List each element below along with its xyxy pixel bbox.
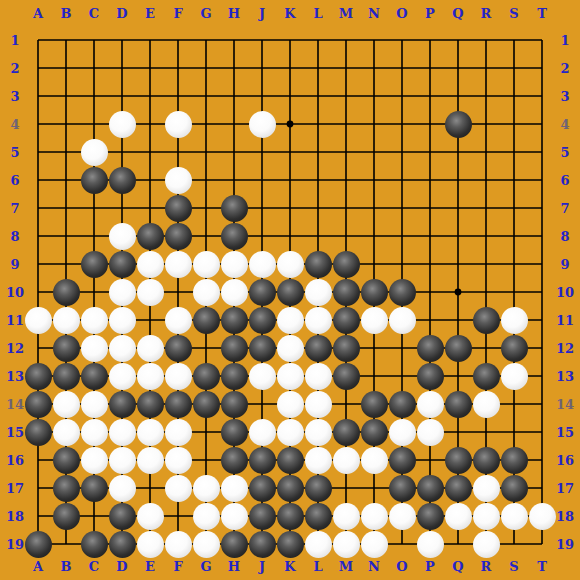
stone-black-J19[interactable] <box>249 531 276 558</box>
stone-black-L9[interactable] <box>305 251 332 278</box>
stone-white-D17[interactable] <box>109 475 136 502</box>
stone-white-P19[interactable] <box>417 531 444 558</box>
coord-top-E: E <box>145 7 155 20</box>
stone-white-C14[interactable] <box>81 391 108 418</box>
coord-top-F: F <box>173 7 182 20</box>
star-point-Q10 <box>455 289 462 296</box>
stone-black-O17[interactable] <box>389 475 416 502</box>
stone-white-K15[interactable] <box>277 419 304 446</box>
stone-black-O14[interactable] <box>389 391 416 418</box>
coord-top-P: P <box>425 7 435 20</box>
go-board[interactable]: AABBCCDDEEFFGGHHJJKKLLMMNNOOPPQQRRSSTT11… <box>0 0 580 580</box>
stone-black-H16[interactable] <box>221 447 248 474</box>
coord-top-A: A <box>33 7 43 20</box>
coord-right-19: 19 <box>556 538 574 551</box>
stone-white-D15[interactable] <box>109 419 136 446</box>
coord-left-13: 13 <box>6 370 24 383</box>
stone-white-S13[interactable] <box>501 363 528 390</box>
stone-black-P12[interactable] <box>417 335 444 362</box>
stone-black-P13[interactable] <box>417 363 444 390</box>
coord-left-5: 5 <box>10 146 19 159</box>
stone-black-N15[interactable] <box>361 419 388 446</box>
stone-black-B16[interactable] <box>53 447 80 474</box>
stone-black-J17[interactable] <box>249 475 276 502</box>
stone-white-F13[interactable] <box>165 363 192 390</box>
stone-white-S18[interactable] <box>501 503 528 530</box>
coord-right-12: 12 <box>556 342 574 355</box>
stone-white-L10[interactable] <box>305 279 332 306</box>
stone-white-N18[interactable] <box>361 503 388 530</box>
coord-bottom-Q: Q <box>452 560 463 573</box>
stone-black-P17[interactable] <box>417 475 444 502</box>
coord-left-15: 15 <box>6 426 24 439</box>
stone-white-B11[interactable] <box>53 307 80 334</box>
stone-black-K18[interactable] <box>277 503 304 530</box>
stone-black-H15[interactable] <box>221 419 248 446</box>
coord-right-17: 17 <box>556 482 574 495</box>
stone-black-M15[interactable] <box>333 419 360 446</box>
stone-black-N14[interactable] <box>361 391 388 418</box>
stone-black-M11[interactable] <box>333 307 360 334</box>
stone-white-E16[interactable] <box>137 447 164 474</box>
stone-white-F16[interactable] <box>165 447 192 474</box>
coord-right-2: 2 <box>560 62 569 75</box>
stone-white-G9[interactable] <box>193 251 220 278</box>
stone-black-Q17[interactable] <box>445 475 472 502</box>
stone-white-K11[interactable] <box>277 307 304 334</box>
coord-left-7: 7 <box>10 202 19 215</box>
coord-bottom-F: F <box>173 560 182 573</box>
stone-white-C16[interactable] <box>81 447 108 474</box>
stone-white-K13[interactable] <box>277 363 304 390</box>
stone-black-R13[interactable] <box>473 363 500 390</box>
stone-black-H14[interactable] <box>221 391 248 418</box>
coord-left-12: 12 <box>6 342 24 355</box>
stone-white-D8[interactable] <box>109 223 136 250</box>
stone-black-D18[interactable] <box>109 503 136 530</box>
stone-white-L15[interactable] <box>305 419 332 446</box>
coord-bottom-K: K <box>284 560 295 573</box>
stone-black-G11[interactable] <box>193 307 220 334</box>
stone-black-J12[interactable] <box>249 335 276 362</box>
stone-black-F14[interactable] <box>165 391 192 418</box>
stone-black-C6[interactable] <box>81 167 108 194</box>
stone-black-H12[interactable] <box>221 335 248 362</box>
stone-black-H7[interactable] <box>221 195 248 222</box>
coord-bottom-S: S <box>509 560 518 573</box>
stone-black-L17[interactable] <box>305 475 332 502</box>
stone-black-C13[interactable] <box>81 363 108 390</box>
stone-white-L11[interactable] <box>305 307 332 334</box>
stone-white-C12[interactable] <box>81 335 108 362</box>
coord-top-N: N <box>368 7 380 20</box>
stone-white-R18[interactable] <box>473 503 500 530</box>
stone-white-S11[interactable] <box>501 307 528 334</box>
coord-top-J: J <box>259 7 265 20</box>
stone-black-M13[interactable] <box>333 363 360 390</box>
stone-black-H19[interactable] <box>221 531 248 558</box>
coord-left-17: 17 <box>6 482 24 495</box>
stone-black-M12[interactable] <box>333 335 360 362</box>
coord-left-6: 6 <box>10 174 19 187</box>
coord-left-9: 9 <box>10 258 19 271</box>
coord-right-9: 9 <box>560 258 569 271</box>
coord-right-4: 4 <box>560 118 569 131</box>
coord-top-Q: Q <box>452 7 463 20</box>
stone-white-B15[interactable] <box>53 419 80 446</box>
stone-black-Q4[interactable] <box>445 111 472 138</box>
coord-bottom-B: B <box>61 560 72 573</box>
stone-white-H18[interactable] <box>221 503 248 530</box>
coord-left-18: 18 <box>6 510 24 523</box>
stone-white-K14[interactable] <box>277 391 304 418</box>
coord-bottom-J: J <box>259 560 265 573</box>
coord-left-16: 16 <box>6 454 24 467</box>
coord-right-5: 5 <box>560 146 569 159</box>
stone-black-C19[interactable] <box>81 531 108 558</box>
stone-black-S17[interactable] <box>501 475 528 502</box>
stone-black-B17[interactable] <box>53 475 80 502</box>
star-point-K4 <box>287 121 294 128</box>
stone-black-L18[interactable] <box>305 503 332 530</box>
stone-white-R14[interactable] <box>473 391 500 418</box>
coord-right-7: 7 <box>560 202 569 215</box>
stone-white-R17[interactable] <box>473 475 500 502</box>
stone-black-A13[interactable] <box>25 363 52 390</box>
stone-black-F7[interactable] <box>165 195 192 222</box>
coord-left-14: 14 <box>6 398 24 411</box>
coord-bottom-G: G <box>200 560 211 573</box>
stone-black-E14[interactable] <box>137 391 164 418</box>
stone-black-S16[interactable] <box>501 447 528 474</box>
stone-black-H11[interactable] <box>221 307 248 334</box>
coord-top-O: O <box>396 7 407 20</box>
stone-black-R16[interactable] <box>473 447 500 474</box>
coord-left-3: 3 <box>10 90 19 103</box>
stone-white-O15[interactable] <box>389 419 416 446</box>
stone-black-B18[interactable] <box>53 503 80 530</box>
stone-white-G17[interactable] <box>193 475 220 502</box>
stone-white-M19[interactable] <box>333 531 360 558</box>
stone-white-E15[interactable] <box>137 419 164 446</box>
stone-black-A14[interactable] <box>25 391 52 418</box>
stone-black-C9[interactable] <box>81 251 108 278</box>
stone-black-M10[interactable] <box>333 279 360 306</box>
coord-top-G: G <box>200 7 211 20</box>
stone-white-C15[interactable] <box>81 419 108 446</box>
stone-black-P18[interactable] <box>417 503 444 530</box>
stone-white-K12[interactable] <box>277 335 304 362</box>
stone-white-O18[interactable] <box>389 503 416 530</box>
coord-bottom-M: M <box>339 560 353 573</box>
stone-white-R19[interactable] <box>473 531 500 558</box>
coord-right-13: 13 <box>556 370 574 383</box>
stone-white-F9[interactable] <box>165 251 192 278</box>
coord-bottom-L: L <box>313 560 322 573</box>
coord-right-16: 16 <box>556 454 574 467</box>
coord-right-8: 8 <box>560 230 569 243</box>
coord-bottom-C: C <box>89 560 99 573</box>
stone-white-G18[interactable] <box>193 503 220 530</box>
coord-right-10: 10 <box>556 286 574 299</box>
stone-white-F19[interactable] <box>165 531 192 558</box>
stone-white-O11[interactable] <box>389 307 416 334</box>
stone-black-F8[interactable] <box>165 223 192 250</box>
stone-white-L13[interactable] <box>305 363 332 390</box>
stone-white-N19[interactable] <box>361 531 388 558</box>
stone-black-J11[interactable] <box>249 307 276 334</box>
stone-white-A11[interactable] <box>25 307 52 334</box>
stone-white-E9[interactable] <box>137 251 164 278</box>
stone-black-C17[interactable] <box>81 475 108 502</box>
stone-white-D16[interactable] <box>109 447 136 474</box>
stone-white-H9[interactable] <box>221 251 248 278</box>
stone-white-P14[interactable] <box>417 391 444 418</box>
stone-white-H17[interactable] <box>221 475 248 502</box>
stone-black-J18[interactable] <box>249 503 276 530</box>
stone-white-M16[interactable] <box>333 447 360 474</box>
stone-black-K19[interactable] <box>277 531 304 558</box>
stone-black-D14[interactable] <box>109 391 136 418</box>
coord-top-B: B <box>61 7 72 20</box>
coord-left-8: 8 <box>10 230 19 243</box>
stone-black-H13[interactable] <box>221 363 248 390</box>
stone-white-E19[interactable] <box>137 531 164 558</box>
stone-white-E10[interactable] <box>137 279 164 306</box>
coord-bottom-E: E <box>145 560 155 573</box>
stone-black-R11[interactable] <box>473 307 500 334</box>
stone-white-N11[interactable] <box>361 307 388 334</box>
stone-black-H8[interactable] <box>221 223 248 250</box>
coord-top-D: D <box>116 7 127 20</box>
stone-black-D6[interactable] <box>109 167 136 194</box>
stone-white-D10[interactable] <box>109 279 136 306</box>
stone-white-G10[interactable] <box>193 279 220 306</box>
coord-right-3: 3 <box>560 90 569 103</box>
coord-bottom-P: P <box>425 560 435 573</box>
stone-black-D9[interactable] <box>109 251 136 278</box>
coord-right-15: 15 <box>556 426 574 439</box>
coord-right-6: 6 <box>560 174 569 187</box>
stone-white-L14[interactable] <box>305 391 332 418</box>
stone-white-C11[interactable] <box>81 307 108 334</box>
stone-white-D4[interactable] <box>109 111 136 138</box>
stone-black-B10[interactable] <box>53 279 80 306</box>
stone-black-B13[interactable] <box>53 363 80 390</box>
stone-white-F11[interactable] <box>165 307 192 334</box>
coord-top-T: T <box>537 7 547 20</box>
stone-black-K10[interactable] <box>277 279 304 306</box>
coord-bottom-N: N <box>368 560 380 573</box>
stone-black-S12[interactable] <box>501 335 528 362</box>
stone-white-J9[interactable] <box>249 251 276 278</box>
stone-white-M18[interactable] <box>333 503 360 530</box>
stone-white-L19[interactable] <box>305 531 332 558</box>
coord-top-S: S <box>509 7 518 20</box>
stone-black-D19[interactable] <box>109 531 136 558</box>
stone-black-K17[interactable] <box>277 475 304 502</box>
coord-bottom-R: R <box>481 560 492 573</box>
stone-white-E12[interactable] <box>137 335 164 362</box>
stone-white-N16[interactable] <box>361 447 388 474</box>
stone-white-J15[interactable] <box>249 419 276 446</box>
coord-left-11: 11 <box>6 314 24 327</box>
coord-top-R: R <box>481 7 492 20</box>
coord-top-H: H <box>228 7 240 20</box>
stone-black-O16[interactable] <box>389 447 416 474</box>
stone-white-F4[interactable] <box>165 111 192 138</box>
coord-top-C: C <box>89 7 99 20</box>
stone-black-A15[interactable] <box>25 419 52 446</box>
stone-black-Q14[interactable] <box>445 391 472 418</box>
coord-right-14: 14 <box>556 398 574 411</box>
stone-black-O10[interactable] <box>389 279 416 306</box>
coord-top-L: L <box>313 7 322 20</box>
coord-bottom-T: T <box>537 560 547 573</box>
coord-right-18: 18 <box>556 510 574 523</box>
stone-white-H10[interactable] <box>221 279 248 306</box>
stone-black-N10[interactable] <box>361 279 388 306</box>
stone-black-J10[interactable] <box>249 279 276 306</box>
stone-black-K16[interactable] <box>277 447 304 474</box>
coord-bottom-D: D <box>116 560 127 573</box>
coord-bottom-O: O <box>396 560 407 573</box>
coord-right-11: 11 <box>556 314 574 327</box>
coord-left-19: 19 <box>6 538 24 551</box>
stone-white-D13[interactable] <box>109 363 136 390</box>
stone-white-F15[interactable] <box>165 419 192 446</box>
stone-black-J16[interactable] <box>249 447 276 474</box>
stone-black-Q16[interactable] <box>445 447 472 474</box>
stone-black-A19[interactable] <box>25 531 52 558</box>
stone-white-L16[interactable] <box>305 447 332 474</box>
stone-white-D11[interactable] <box>109 307 136 334</box>
stone-white-B14[interactable] <box>53 391 80 418</box>
stone-white-P15[interactable] <box>417 419 444 446</box>
stone-white-K9[interactable] <box>277 251 304 278</box>
stone-white-G19[interactable] <box>193 531 220 558</box>
stone-black-G14[interactable] <box>193 391 220 418</box>
stone-white-Q18[interactable] <box>445 503 472 530</box>
stone-white-F17[interactable] <box>165 475 192 502</box>
stone-black-Q12[interactable] <box>445 335 472 362</box>
coord-bottom-A: A <box>33 560 43 573</box>
coord-bottom-H: H <box>228 560 240 573</box>
stone-white-J4[interactable] <box>249 111 276 138</box>
stone-white-E18[interactable] <box>137 503 164 530</box>
coord-left-4: 4 <box>10 118 19 131</box>
stone-black-B12[interactable] <box>53 335 80 362</box>
coord-top-M: M <box>339 7 353 20</box>
coord-right-1: 1 <box>560 34 569 47</box>
stone-black-F12[interactable] <box>165 335 192 362</box>
coord-left-2: 2 <box>10 62 19 75</box>
stone-white-T18[interactable] <box>529 503 556 530</box>
coord-top-K: K <box>284 7 295 20</box>
coord-left-1: 1 <box>10 34 19 47</box>
stone-white-E13[interactable] <box>137 363 164 390</box>
stone-black-G13[interactable] <box>193 363 220 390</box>
stone-white-J13[interactable] <box>249 363 276 390</box>
stone-white-D12[interactable] <box>109 335 136 362</box>
stone-black-E8[interactable] <box>137 223 164 250</box>
stone-black-L12[interactable] <box>305 335 332 362</box>
stone-white-F6[interactable] <box>165 167 192 194</box>
stone-white-C5[interactable] <box>81 139 108 166</box>
stone-black-M9[interactable] <box>333 251 360 278</box>
coord-left-10: 10 <box>6 286 24 299</box>
